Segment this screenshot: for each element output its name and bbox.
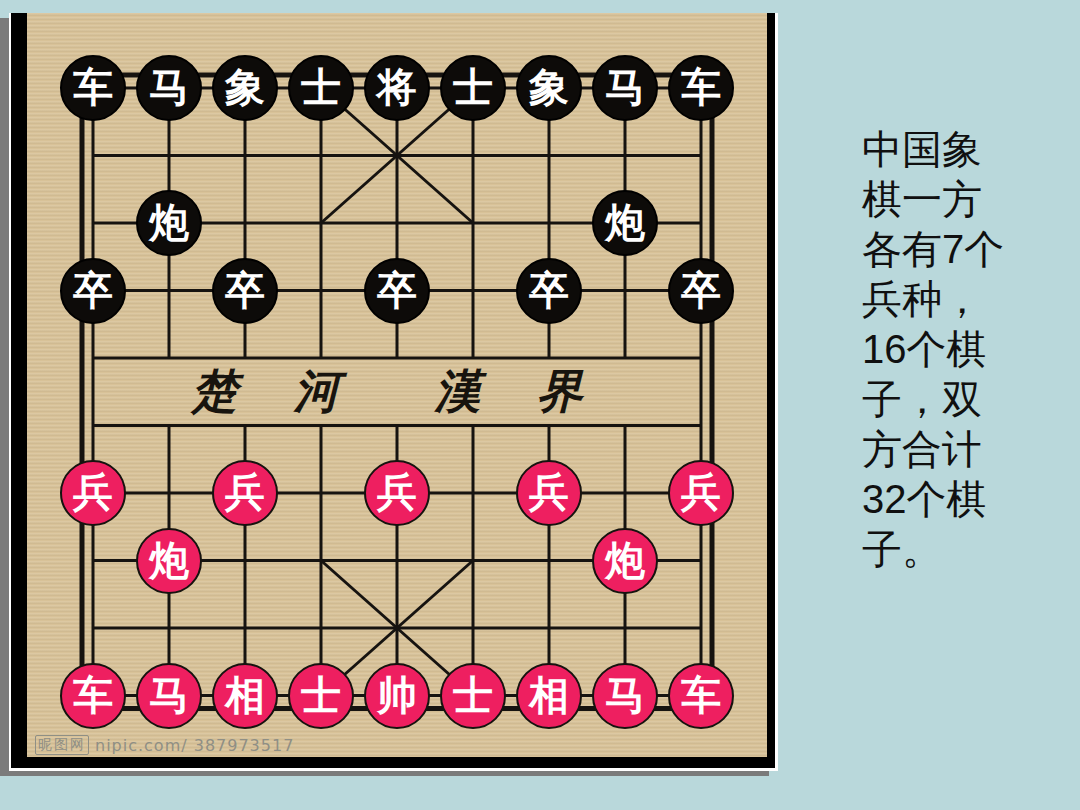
piece-red-p[interactable]: 兵 <box>668 460 734 526</box>
board-photo: 楚 河 漢 界 车马象士将士象马车炮炮卒卒卒卒卒兵兵兵兵兵炮炮车马相士帅士相马车… <box>9 13 778 771</box>
piece-black-n[interactable]: 马 <box>136 55 202 121</box>
piece-black-a[interactable]: 士 <box>288 55 354 121</box>
piece-red-p[interactable]: 兵 <box>364 460 430 526</box>
watermark-logo: 昵图网 <box>35 735 89 755</box>
piece-black-b[interactable]: 象 <box>516 55 582 121</box>
slide: 楚 河 漢 界 车马象士将士象马车炮炮卒卒卒卒卒兵兵兵兵兵炮炮车马相士帅士相马车… <box>0 0 1080 810</box>
piece-red-n[interactable]: 马 <box>136 663 202 729</box>
piece-black-k[interactable]: 将 <box>364 55 430 121</box>
piece-red-b[interactable]: 相 <box>516 663 582 729</box>
piece-red-r[interactable]: 车 <box>60 663 126 729</box>
caption-line: 32个棋 <box>862 474 1037 524</box>
piece-black-p[interactable]: 卒 <box>364 258 430 324</box>
piece-black-a[interactable]: 士 <box>440 55 506 121</box>
piece-black-c[interactable]: 炮 <box>592 190 658 256</box>
caption-line: 棋一方 <box>862 174 1037 224</box>
photo-frame: 楚 河 漢 界 车马象士将士象马车炮炮卒卒卒卒卒兵兵兵兵兵炮炮车马相士帅士相马车… <box>11 13 775 768</box>
piece-black-b[interactable]: 象 <box>212 55 278 121</box>
piece-black-n[interactable]: 马 <box>592 55 658 121</box>
piece-black-c[interactable]: 炮 <box>136 190 202 256</box>
piece-black-p[interactable]: 卒 <box>212 258 278 324</box>
watermark: 昵图网 nipic.com/ 387973517 <box>35 735 294 755</box>
caption-line: 方合计 <box>862 424 1037 474</box>
piece-red-a[interactable]: 士 <box>440 663 506 729</box>
piece-red-b[interactable]: 相 <box>212 663 278 729</box>
caption-line: 16个棋 <box>862 324 1037 374</box>
piece-red-p[interactable]: 兵 <box>212 460 278 526</box>
caption-line: 子。 <box>862 524 1037 574</box>
river-label-chu-he: 楚 河 <box>191 361 359 423</box>
piece-black-p[interactable]: 卒 <box>60 258 126 324</box>
watermark-text: nipic.com/ 387973517 <box>95 736 294 755</box>
piece-red-k[interactable]: 帅 <box>364 663 430 729</box>
caption-line: 兵种， <box>862 274 1037 324</box>
caption-text: 中国象棋一方各有7个兵种，16个棋子，双方合计32个棋子。 <box>862 124 1037 574</box>
piece-red-c[interactable]: 炮 <box>592 528 658 594</box>
piece-red-r[interactable]: 车 <box>668 663 734 729</box>
piece-black-r[interactable]: 车 <box>668 55 734 121</box>
xiangqi-board: 楚 河 漢 界 车马象士将士象马车炮炮卒卒卒卒卒兵兵兵兵兵炮炮车马相士帅士相马车… <box>27 13 767 757</box>
piece-red-p[interactable]: 兵 <box>60 460 126 526</box>
piece-red-n[interactable]: 马 <box>592 663 658 729</box>
piece-red-a[interactable]: 士 <box>288 663 354 729</box>
caption-line: 各有7个 <box>862 224 1037 274</box>
board-grid <box>27 13 767 757</box>
caption-line: 中国象 <box>862 124 1037 174</box>
piece-black-p[interactable]: 卒 <box>668 258 734 324</box>
caption-line: 子，双 <box>862 374 1037 424</box>
river-label-han-jie: 漢 界 <box>435 361 603 423</box>
piece-red-c[interactable]: 炮 <box>136 528 202 594</box>
piece-black-p[interactable]: 卒 <box>516 258 582 324</box>
piece-red-p[interactable]: 兵 <box>516 460 582 526</box>
piece-black-r[interactable]: 车 <box>60 55 126 121</box>
